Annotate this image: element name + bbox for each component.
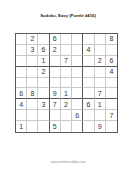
sudoku-cell[interactable] (61, 110, 72, 121)
sudoku-cell[interactable]: 8 (106, 34, 117, 45)
sudoku-cell[interactable] (38, 34, 49, 45)
sudoku-cell[interactable] (50, 56, 61, 67)
sudoku-cell[interactable] (95, 34, 106, 45)
sudoku-cell[interactable] (72, 56, 83, 67)
sudoku-cell[interactable] (72, 78, 83, 89)
sudoku-cell[interactable] (16, 34, 27, 45)
sudoku-cell[interactable] (72, 67, 83, 78)
sudoku-cell[interactable] (27, 99, 38, 110)
sudoku-cell[interactable]: 6 (83, 99, 94, 110)
sudoku-cell[interactable] (16, 45, 27, 56)
sudoku-cell[interactable]: 2 (38, 67, 49, 78)
sudoku-cell[interactable] (16, 56, 27, 67)
sudoku-cell[interactable] (83, 78, 94, 89)
sudoku-cell[interactable]: 2 (95, 56, 106, 67)
sudoku-grid: 26836241726246891743726167159 (15, 33, 118, 133)
sudoku-cell[interactable] (61, 78, 72, 89)
sudoku-cell[interactable]: 4 (16, 99, 27, 110)
sudoku-cell[interactable]: 1 (61, 88, 72, 99)
sudoku-cell[interactable]: 7 (95, 88, 106, 99)
sudoku-cell[interactable]: 1 (95, 99, 106, 110)
sudoku-cell[interactable]: 4 (106, 67, 117, 78)
sudoku-cell[interactable] (72, 88, 83, 99)
sudoku-cell[interactable] (16, 67, 27, 78)
sudoku-cell[interactable] (72, 45, 83, 56)
sudoku-cell[interactable]: 2 (61, 99, 72, 110)
sudoku-cell[interactable] (106, 78, 117, 89)
sudoku-cell[interactable]: 3 (38, 99, 49, 110)
sudoku-cell[interactable] (83, 88, 94, 99)
sudoku-cell[interactable] (16, 110, 27, 121)
sudoku-cell[interactable] (50, 110, 61, 121)
sudoku-cell[interactable] (106, 88, 117, 99)
sudoku-cell[interactable] (95, 110, 106, 121)
sudoku-cell[interactable] (72, 99, 83, 110)
sudoku-cell[interactable]: 8 (27, 88, 38, 99)
sudoku-cell[interactable] (95, 45, 106, 56)
sudoku-cell[interactable] (95, 78, 106, 89)
sudoku-cell[interactable]: 1 (38, 56, 49, 67)
sudoku-cell[interactable] (27, 121, 38, 132)
sudoku-cell[interactable] (27, 110, 38, 121)
sudoku-cell[interactable]: 6 (72, 110, 83, 121)
sudoku-cell[interactable]: 2 (50, 45, 61, 56)
sudoku-cell[interactable] (16, 78, 27, 89)
sudoku-cell[interactable] (83, 121, 94, 132)
sudoku-cell[interactable] (50, 67, 61, 78)
sudoku-cell[interactable] (83, 110, 94, 121)
page: Sudoku, Easy (Puzzle #416) 2683624172624… (0, 0, 136, 176)
sudoku-cell[interactable] (38, 88, 49, 99)
sudoku-cell[interactable] (27, 67, 38, 78)
sudoku-cell[interactable] (61, 34, 72, 45)
sudoku-cell[interactable] (83, 34, 94, 45)
sudoku-cell[interactable]: 4 (83, 45, 94, 56)
sudoku-cell[interactable]: 2 (27, 34, 38, 45)
sudoku-cell[interactable] (106, 99, 117, 110)
sudoku-cell[interactable]: 7 (106, 110, 117, 121)
sudoku-cell[interactable]: 3 (27, 45, 38, 56)
sudoku-cell[interactable]: 1 (16, 121, 27, 132)
sudoku-cell[interactable] (61, 121, 72, 132)
sudoku-cell[interactable] (106, 45, 117, 56)
sudoku-cell[interactable]: 6 (16, 88, 27, 99)
sudoku-cell[interactable]: 7 (50, 99, 61, 110)
sudoku-cell[interactable] (27, 56, 38, 67)
sudoku-cell[interactable]: 5 (50, 121, 61, 132)
sudoku-cell[interactable]: 9 (50, 88, 61, 99)
sudoku-cell[interactable]: 6 (38, 45, 49, 56)
sudoku-cell[interactable]: 6 (50, 34, 61, 45)
sudoku-cell[interactable] (72, 121, 83, 132)
sudoku-cell[interactable] (38, 110, 49, 121)
puzzle-title: Sudoku, Easy (Puzzle #416) (0, 13, 136, 18)
sudoku-cell[interactable] (106, 121, 117, 132)
sudoku-cell[interactable] (38, 121, 49, 132)
sudoku-cell[interactable]: 6 (106, 56, 117, 67)
sudoku-cell[interactable] (61, 67, 72, 78)
sudoku-cell[interactable] (38, 78, 49, 89)
sudoku-cell[interactable] (95, 67, 106, 78)
sudoku-cell[interactable] (83, 56, 94, 67)
sudoku-cell[interactable]: 9 (95, 121, 106, 132)
sudoku-cell[interactable]: 7 (61, 56, 72, 67)
page-footer: www.printfreesudoku.com (0, 160, 136, 163)
sudoku-cell[interactable] (83, 67, 94, 78)
sudoku-cell[interactable] (72, 34, 83, 45)
sudoku-cell[interactable] (50, 78, 61, 89)
sudoku-cell[interactable] (61, 45, 72, 56)
sudoku-cell[interactable] (27, 78, 38, 89)
